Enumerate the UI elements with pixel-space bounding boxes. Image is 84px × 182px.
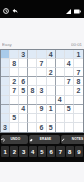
cell-r6c4[interactable]	[28, 96, 37, 105]
cell-r8c2[interactable]: 5	[10, 114, 19, 123]
cell-r6c3[interactable]	[19, 96, 28, 105]
numpad-7[interactable]: 7	[56, 146, 64, 157]
cell-r4c7[interactable]	[56, 77, 65, 86]
cell-r6c1[interactable]	[1, 96, 10, 105]
cell-r4c3[interactable]: 6	[19, 77, 28, 86]
numpad-4[interactable]: 4	[29, 146, 37, 157]
timer-label: 00:01	[71, 42, 82, 47]
cell-r2c4[interactable]	[28, 59, 37, 68]
cell-r8c9[interactable]	[74, 114, 83, 123]
cell-r5c6[interactable]	[47, 86, 56, 95]
difficulty-label: Easy	[2, 42, 12, 47]
number-pad: 123456789	[1, 146, 83, 157]
cell-r9c8[interactable]	[65, 123, 74, 132]
erase-label: ERASE	[39, 138, 51, 142]
cell-r8c1[interactable]	[1, 114, 10, 123]
reply-icon	[12, 0, 18, 18]
cell-r3c3[interactable]	[19, 68, 28, 77]
notes-label: NOTES	[72, 138, 84, 142]
battery-icon	[74, 0, 81, 18]
game-header: Easy 00:01	[0, 40, 84, 49]
cell-r6c7[interactable]: 4	[56, 96, 65, 105]
cell-r7c5[interactable]: 9	[37, 105, 46, 114]
cell-r6c5[interactable]	[37, 96, 46, 105]
cell-r8c7[interactable]	[56, 114, 65, 123]
cell-r1c5[interactable]	[37, 50, 46, 59]
bottom-spacer	[0, 162, 84, 182]
cell-r6c9[interactable]	[74, 96, 83, 105]
cell-r2c7[interactable]	[56, 59, 65, 68]
cell-r7c6[interactable]: 1	[47, 105, 56, 114]
cell-r9c2[interactable]	[10, 123, 19, 132]
cell-r3c7[interactable]	[56, 68, 65, 77]
cell-r2c1[interactable]	[1, 59, 10, 68]
cell-r6c2[interactable]	[10, 96, 19, 105]
numpad-6[interactable]: 6	[47, 146, 55, 157]
cell-r5c4[interactable]: 8	[28, 86, 37, 95]
cell-r7c7[interactable]	[56, 105, 65, 114]
sudoku-board: 34187427267875832449155365	[0, 49, 84, 133]
cell-r2c3[interactable]	[19, 59, 28, 68]
status-bar	[0, 0, 84, 18]
cell-r5c8[interactable]	[65, 86, 74, 95]
cell-r2c2[interactable]: 8	[10, 59, 19, 68]
control-panel: UNDO ERASE NOTES OFF HINTS 123456789	[0, 133, 84, 162]
numpad-3[interactable]: 3	[19, 146, 27, 157]
cell-r9c5[interactable]: 6	[37, 123, 46, 132]
cell-r5c3[interactable]: 5	[19, 86, 28, 95]
action-buttons: UNDO ERASE NOTES OFF HINTS	[1, 135, 83, 144]
cell-r2c6[interactable]	[47, 59, 56, 68]
cell-r2c5[interactable]: 7	[37, 59, 46, 68]
cell-r1c2[interactable]	[10, 50, 19, 59]
cell-r7c9[interactable]	[74, 105, 83, 114]
erase-button[interactable]: ERASE	[29, 135, 60, 144]
cell-r7c2[interactable]	[10, 105, 19, 114]
cell-r6c8[interactable]	[65, 96, 74, 105]
cell-r4c8[interactable]: 7	[65, 77, 74, 86]
cell-r1c4[interactable]	[28, 50, 37, 59]
cell-r9c7[interactable]	[56, 123, 65, 132]
numpad-8[interactable]: 8	[66, 146, 74, 157]
cell-r1c3[interactable]: 3	[19, 50, 28, 59]
cell-r6c6[interactable]	[47, 96, 56, 105]
cell-r3c6[interactable]: 2	[47, 68, 56, 77]
cell-r7c8[interactable]: 5	[65, 105, 74, 114]
cell-r4c5[interactable]	[37, 77, 46, 86]
signal-icon	[66, 0, 71, 18]
cell-r5c5[interactable]: 3	[37, 86, 46, 95]
sudoku-app-screen: Easy 00:01 34187427267875832449155365 UN…	[0, 0, 84, 182]
cell-r7c1[interactable]	[1, 105, 10, 114]
notes-button[interactable]: NOTES OFF	[61, 135, 84, 144]
eraser-icon	[29, 138, 33, 142]
cell-r3c8[interactable]	[65, 68, 74, 77]
cell-r9c3[interactable]	[19, 123, 28, 132]
cell-r4c1[interactable]	[1, 77, 10, 86]
status-bar-left	[3, 0, 18, 18]
cell-r4c4[interactable]	[28, 77, 37, 86]
clock-icon	[3, 0, 9, 18]
cell-r9c1[interactable]: 3	[1, 123, 10, 132]
cell-r3c4[interactable]	[28, 68, 37, 77]
cell-r5c7[interactable]	[56, 86, 65, 95]
numpad-9[interactable]: 9	[75, 146, 83, 157]
cell-r1c9[interactable]: 1	[74, 50, 83, 59]
numpad-2[interactable]: 2	[10, 146, 18, 157]
cell-r4c6[interactable]	[47, 77, 56, 86]
cell-r5c1[interactable]	[1, 86, 10, 95]
cell-r9c9[interactable]	[74, 123, 83, 132]
cell-r8c3[interactable]	[19, 114, 28, 123]
cell-r9c4[interactable]	[28, 123, 37, 132]
cell-r1c7[interactable]	[56, 50, 65, 59]
cell-r7c4[interactable]	[28, 105, 37, 114]
cell-r7c3[interactable]: 4	[19, 105, 28, 114]
cell-r1c8[interactable]	[65, 50, 74, 59]
cell-r8c6[interactable]	[47, 114, 56, 123]
cell-r4c2[interactable]: 2	[10, 77, 19, 86]
undo-label: UNDO	[10, 138, 20, 142]
cell-r8c4[interactable]	[28, 114, 37, 123]
cell-r3c9[interactable]: 7	[74, 68, 83, 77]
pencil-icon	[61, 138, 65, 142]
cell-r8c5[interactable]	[37, 114, 46, 123]
status-bar-right	[66, 0, 81, 18]
cell-r4c9[interactable]: 8	[74, 77, 83, 86]
cell-r5c9[interactable]: 2	[74, 86, 83, 95]
cell-r3c2[interactable]	[10, 68, 19, 77]
undo-button[interactable]: UNDO	[1, 135, 28, 144]
cell-r8c8[interactable]	[65, 114, 74, 123]
cell-r1c1[interactable]	[1, 50, 10, 59]
cell-r2c8[interactable]: 4	[65, 59, 74, 68]
cell-r9c6[interactable]: 5	[47, 123, 56, 132]
cell-r5c2[interactable]: 7	[10, 86, 19, 95]
undo-icon	[1, 138, 5, 142]
cell-r2c9[interactable]	[74, 59, 83, 68]
numpad-5[interactable]: 5	[38, 146, 46, 157]
top-spacer	[0, 18, 84, 40]
cell-r3c1[interactable]	[1, 68, 10, 77]
cell-r3c5[interactable]	[37, 68, 46, 77]
numpad-1[interactable]: 1	[1, 146, 9, 157]
cell-r1c6[interactable]: 4	[47, 50, 56, 59]
